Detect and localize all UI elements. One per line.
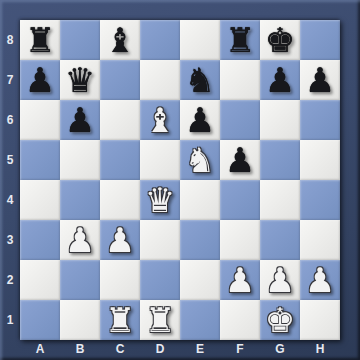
square-e3[interactable] <box>180 220 220 260</box>
square-c7[interactable] <box>100 60 140 100</box>
square-g6[interactable] <box>260 100 300 140</box>
black-rook[interactable]: ♜ <box>225 23 255 57</box>
file-label-b: B <box>60 340 100 360</box>
square-a4[interactable] <box>20 180 60 220</box>
square-a2[interactable] <box>20 260 60 300</box>
square-e7[interactable]: ♞ <box>180 60 220 100</box>
black-king[interactable]: ♚ <box>265 23 295 57</box>
square-g4[interactable] <box>260 180 300 220</box>
square-f1[interactable] <box>220 300 260 340</box>
white-bishop[interactable]: ♝ <box>145 103 175 137</box>
white-rook[interactable]: ♜ <box>105 303 135 337</box>
rank-label-2: 2 <box>0 260 20 300</box>
square-c8[interactable]: ♝ <box>100 20 140 60</box>
square-b2[interactable] <box>60 260 100 300</box>
square-g5[interactable] <box>260 140 300 180</box>
board: ♜♝♜♚♟♛♞♟♟♟♝♟♞♟♛♟♟♟♟♟♜♜♚ <box>20 20 340 340</box>
square-b7[interactable]: ♛ <box>60 60 100 100</box>
square-h5[interactable] <box>300 140 340 180</box>
square-b8[interactable] <box>60 20 100 60</box>
square-e6[interactable]: ♟ <box>180 100 220 140</box>
square-g2[interactable]: ♟ <box>260 260 300 300</box>
white-rook[interactable]: ♜ <box>145 303 175 337</box>
square-b1[interactable] <box>60 300 100 340</box>
square-d4[interactable]: ♛ <box>140 180 180 220</box>
square-h4[interactable] <box>300 180 340 220</box>
file-label-g: G <box>260 340 300 360</box>
square-b6[interactable]: ♟ <box>60 100 100 140</box>
square-d3[interactable] <box>140 220 180 260</box>
rank-label-7: 7 <box>0 60 20 100</box>
square-e2[interactable] <box>180 260 220 300</box>
chess-board-frame: 87654321 ♜♝♜♚♟♛♞♟♟♟♝♟♞♟♛♟♟♟♟♟♜♜♚ ABCDEFG… <box>0 0 360 360</box>
white-pawn[interactable]: ♟ <box>65 223 95 257</box>
square-d8[interactable] <box>140 20 180 60</box>
white-queen[interactable]: ♛ <box>145 183 175 217</box>
file-labels: ABCDEFGH <box>20 340 340 360</box>
white-knight[interactable]: ♞ <box>185 143 215 177</box>
square-c2[interactable] <box>100 260 140 300</box>
file-label-f: F <box>220 340 260 360</box>
black-pawn[interactable]: ♟ <box>305 63 335 97</box>
black-pawn[interactable]: ♟ <box>185 103 215 137</box>
square-d7[interactable] <box>140 60 180 100</box>
square-e1[interactable] <box>180 300 220 340</box>
white-pawn[interactable]: ♟ <box>105 223 135 257</box>
square-a5[interactable] <box>20 140 60 180</box>
white-pawn[interactable]: ♟ <box>305 263 335 297</box>
black-pawn[interactable]: ♟ <box>65 103 95 137</box>
file-label-d: D <box>140 340 180 360</box>
square-d6[interactable]: ♝ <box>140 100 180 140</box>
square-f4[interactable] <box>220 180 260 220</box>
file-label-h: H <box>300 340 340 360</box>
square-d5[interactable] <box>140 140 180 180</box>
square-f5[interactable]: ♟ <box>220 140 260 180</box>
square-a1[interactable] <box>20 300 60 340</box>
square-a6[interactable] <box>20 100 60 140</box>
rank-label-1: 1 <box>0 300 20 340</box>
rank-labels: 87654321 <box>0 20 20 340</box>
black-pawn[interactable]: ♟ <box>265 63 295 97</box>
square-d1[interactable]: ♜ <box>140 300 180 340</box>
rank-label-3: 3 <box>0 220 20 260</box>
square-h6[interactable] <box>300 100 340 140</box>
square-f8[interactable]: ♜ <box>220 20 260 60</box>
black-knight[interactable]: ♞ <box>185 63 215 97</box>
square-b5[interactable] <box>60 140 100 180</box>
square-g8[interactable]: ♚ <box>260 20 300 60</box>
file-label-c: C <box>100 340 140 360</box>
square-a7[interactable]: ♟ <box>20 60 60 100</box>
square-e8[interactable] <box>180 20 220 60</box>
rank-label-5: 5 <box>0 140 20 180</box>
black-pawn[interactable]: ♟ <box>25 63 55 97</box>
square-h1[interactable] <box>300 300 340 340</box>
square-a3[interactable] <box>20 220 60 260</box>
square-f7[interactable] <box>220 60 260 100</box>
square-a8[interactable]: ♜ <box>20 20 60 60</box>
square-h7[interactable]: ♟ <box>300 60 340 100</box>
square-h2[interactable]: ♟ <box>300 260 340 300</box>
square-b4[interactable] <box>60 180 100 220</box>
square-c6[interactable] <box>100 100 140 140</box>
square-h8[interactable] <box>300 20 340 60</box>
square-f2[interactable]: ♟ <box>220 260 260 300</box>
square-d2[interactable] <box>140 260 180 300</box>
rank-label-4: 4 <box>0 180 20 220</box>
square-e5[interactable]: ♞ <box>180 140 220 180</box>
square-b3[interactable]: ♟ <box>60 220 100 260</box>
file-label-e: E <box>180 340 220 360</box>
square-f6[interactable] <box>220 100 260 140</box>
square-g1[interactable]: ♚ <box>260 300 300 340</box>
rank-label-8: 8 <box>0 20 20 60</box>
square-c5[interactable] <box>100 140 140 180</box>
square-h3[interactable] <box>300 220 340 260</box>
square-e4[interactable] <box>180 180 220 220</box>
square-c1[interactable]: ♜ <box>100 300 140 340</box>
square-c4[interactable] <box>100 180 140 220</box>
white-king[interactable]: ♚ <box>265 303 295 337</box>
square-c3[interactable]: ♟ <box>100 220 140 260</box>
square-f3[interactable] <box>220 220 260 260</box>
black-bishop[interactable]: ♝ <box>105 23 135 57</box>
file-label-a: A <box>20 340 60 360</box>
black-queen[interactable]: ♛ <box>65 63 95 97</box>
rank-label-6: 6 <box>0 100 20 140</box>
black-pawn[interactable]: ♟ <box>225 143 255 177</box>
black-rook[interactable]: ♜ <box>25 23 55 57</box>
white-pawn[interactable]: ♟ <box>265 263 295 297</box>
square-g3[interactable] <box>260 220 300 260</box>
white-pawn[interactable]: ♟ <box>225 263 255 297</box>
square-g7[interactable]: ♟ <box>260 60 300 100</box>
